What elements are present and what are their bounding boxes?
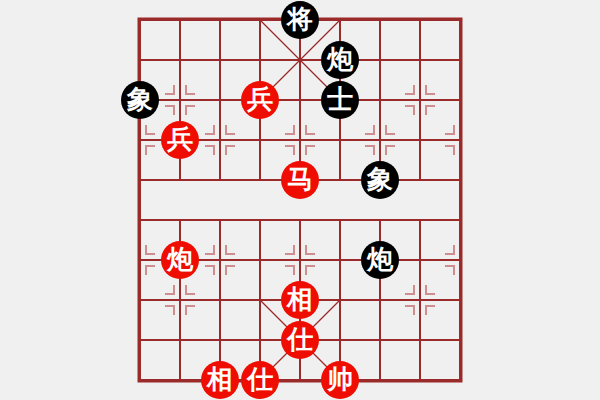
board-piece-layer: 将炮象兵士兵马象炮炮相仕相仕帅 [120, 0, 480, 400]
piece-red-elephant[interactable]: 相 [201, 361, 239, 399]
piece-black-cannon[interactable]: 炮 [361, 241, 399, 279]
xiangqi-board[interactable]: 将炮象兵士兵马象炮炮相仕相仕帅 [0, 0, 600, 400]
piece-red-soldier[interactable]: 兵 [161, 121, 199, 159]
piece-black-cannon[interactable]: 炮 [321, 41, 359, 79]
red-advisor-glyph: 仕 [287, 326, 313, 352]
red-soldier-glyph: 兵 [247, 86, 273, 112]
black-advisor-glyph: 士 [327, 86, 353, 112]
red-horse-glyph: 马 [287, 166, 313, 192]
piece-black-elephant[interactable]: 象 [361, 161, 399, 199]
piece-red-soldier[interactable]: 兵 [241, 81, 279, 119]
piece-red-cannon[interactable]: 炮 [161, 241, 199, 279]
black-cannon-glyph: 炮 [367, 246, 393, 272]
red-soldier-glyph: 兵 [167, 126, 193, 152]
piece-black-elephant[interactable]: 象 [121, 81, 159, 119]
black-elephant-glyph: 象 [127, 86, 153, 112]
piece-red-advisor[interactable]: 仕 [281, 321, 319, 359]
piece-red-elephant[interactable]: 相 [281, 281, 319, 319]
black-cannon-glyph: 炮 [327, 46, 353, 72]
piece-red-horse[interactable]: 马 [281, 161, 319, 199]
piece-black-advisor[interactable]: 士 [321, 81, 359, 119]
red-elephant-glyph: 相 [207, 366, 233, 392]
red-cannon-glyph: 炮 [167, 246, 193, 272]
piece-red-general[interactable]: 帅 [321, 361, 359, 399]
black-general-glyph: 将 [287, 6, 313, 32]
red-advisor-glyph: 仕 [247, 366, 273, 392]
red-elephant-glyph: 相 [287, 286, 313, 312]
piece-red-advisor[interactable]: 仕 [241, 361, 279, 399]
black-elephant-glyph: 象 [367, 166, 393, 192]
red-general-glyph: 帅 [327, 366, 353, 392]
piece-black-general[interactable]: 将 [281, 1, 319, 39]
